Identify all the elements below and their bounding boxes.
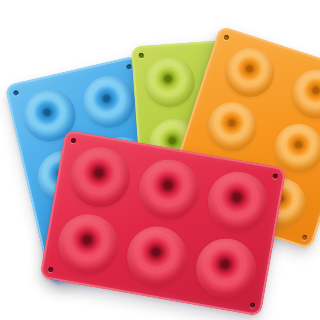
donut-cavity [134, 155, 204, 225]
donut-cavity [219, 42, 281, 104]
donut-cavity [201, 96, 263, 158]
donut-cavity [143, 55, 196, 108]
donut-cavity [191, 234, 261, 304]
cavity-grid [52, 142, 273, 303]
donut-cavity [122, 222, 192, 292]
donut-cavity [203, 167, 273, 237]
donut-cavity [53, 210, 123, 280]
donut-cavity [286, 63, 320, 125]
product-photo [0, 0, 320, 320]
donut-cavity [65, 143, 135, 213]
donut-cavity [77, 70, 139, 132]
